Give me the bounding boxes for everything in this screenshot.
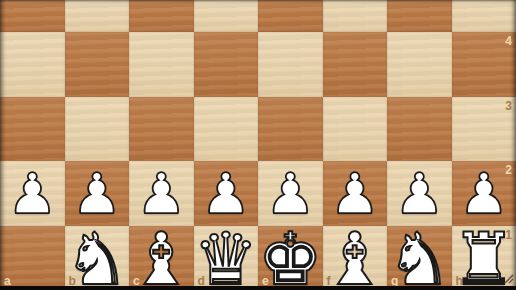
square-a2[interactable]: ♟ bbox=[0, 161, 65, 226]
white-pawn-e2[interactable]: ♟ bbox=[258, 161, 323, 226]
square-a5[interactable] bbox=[0, 0, 65, 32]
white-pawn-b2[interactable]: ♟ bbox=[65, 161, 130, 226]
white-pawn-d2[interactable]: ♟ bbox=[194, 161, 259, 226]
square-d3[interactable] bbox=[194, 97, 259, 162]
square-b1[interactable]: b♞ bbox=[65, 226, 130, 290]
square-h5[interactable] bbox=[452, 0, 516, 32]
square-b3[interactable] bbox=[65, 97, 130, 162]
square-c3[interactable] bbox=[129, 97, 194, 162]
bottom-letterbox-bar bbox=[0, 286, 516, 290]
chess-board: 43♟♟♟♟♟♟♟2♟ab♞c♝d♛e♚f♝g♞1h♜ bbox=[0, 0, 516, 290]
square-a3[interactable] bbox=[0, 97, 65, 162]
square-a4[interactable] bbox=[0, 32, 65, 97]
square-h3[interactable]: 3 bbox=[452, 97, 516, 162]
white-pawn-a2[interactable]: ♟ bbox=[0, 161, 65, 226]
white-queen-d1[interactable]: ♛ bbox=[194, 226, 259, 290]
square-h4[interactable]: 4 bbox=[452, 32, 516, 97]
white-knight-b1[interactable]: ♞ bbox=[65, 226, 130, 290]
square-f2[interactable]: ♟ bbox=[323, 161, 388, 226]
square-b5[interactable] bbox=[65, 0, 130, 32]
square-g5[interactable] bbox=[387, 0, 452, 32]
square-g4[interactable] bbox=[387, 32, 452, 97]
square-a1[interactable]: a bbox=[0, 226, 65, 290]
square-e1[interactable]: e♚ bbox=[258, 226, 323, 290]
square-d2[interactable]: ♟ bbox=[194, 161, 259, 226]
square-e5[interactable] bbox=[258, 0, 323, 32]
square-f5[interactable] bbox=[323, 0, 388, 32]
rank-label-4: 4 bbox=[505, 35, 512, 47]
square-c1[interactable]: c♝ bbox=[129, 226, 194, 290]
square-g2[interactable]: ♟ bbox=[387, 161, 452, 226]
white-pawn-h2[interactable]: ♟ bbox=[452, 161, 516, 226]
square-h2[interactable]: 2♟ bbox=[452, 161, 516, 226]
square-c2[interactable]: ♟ bbox=[129, 161, 194, 226]
square-g3[interactable] bbox=[387, 97, 452, 162]
square-d4[interactable] bbox=[194, 32, 259, 97]
square-f1[interactable]: f♝ bbox=[323, 226, 388, 290]
square-f4[interactable] bbox=[323, 32, 388, 97]
square-d1[interactable]: d♛ bbox=[194, 226, 259, 290]
white-pawn-g2[interactable]: ♟ bbox=[387, 161, 452, 226]
square-e2[interactable]: ♟ bbox=[258, 161, 323, 226]
rank-label-3: 3 bbox=[505, 100, 512, 112]
square-e4[interactable] bbox=[258, 32, 323, 97]
square-f3[interactable] bbox=[323, 97, 388, 162]
board-viewport: 43♟♟♟♟♟♟♟2♟ab♞c♝d♛e♚f♝g♞1h♜ bbox=[0, 0, 516, 290]
square-d5[interactable] bbox=[194, 0, 259, 32]
square-c5[interactable] bbox=[129, 0, 194, 32]
square-e3[interactable] bbox=[258, 97, 323, 162]
square-c4[interactable] bbox=[129, 32, 194, 97]
square-b2[interactable]: ♟ bbox=[65, 161, 130, 226]
white-bishop-c1[interactable]: ♝ bbox=[129, 226, 194, 290]
white-king-e1[interactable]: ♚ bbox=[258, 226, 323, 290]
white-pawn-f2[interactable]: ♟ bbox=[323, 161, 388, 226]
white-pawn-c2[interactable]: ♟ bbox=[129, 161, 194, 226]
resize-handle-icon[interactable] bbox=[501, 271, 514, 284]
square-g1[interactable]: g♞ bbox=[387, 226, 452, 290]
white-bishop-f1[interactable]: ♝ bbox=[323, 226, 388, 290]
square-b4[interactable] bbox=[65, 32, 130, 97]
white-knight-g1[interactable]: ♞ bbox=[387, 226, 452, 290]
